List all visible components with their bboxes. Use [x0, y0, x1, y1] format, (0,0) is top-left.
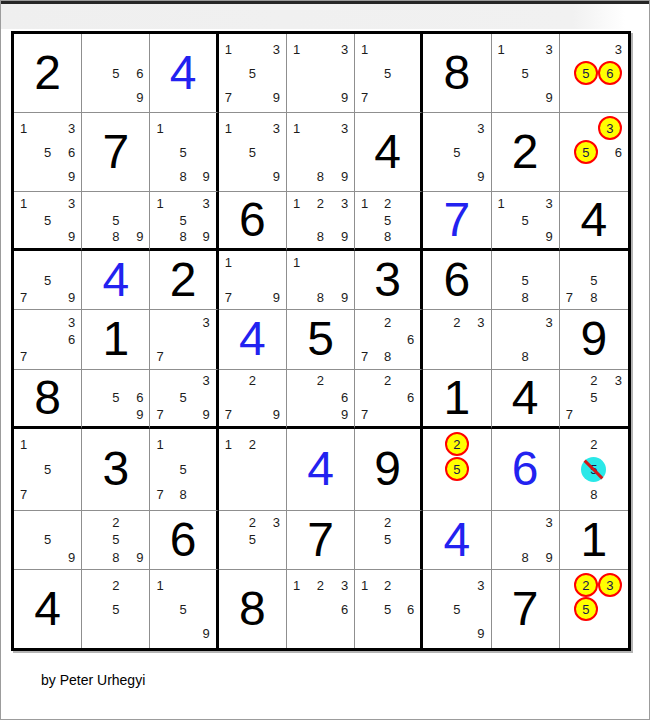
candidate-1: 1: [293, 43, 300, 56]
candidate-slot-7: 7: [361, 348, 379, 365]
candidate-slot-4: [156, 597, 174, 621]
candidate-5: 5: [44, 533, 51, 546]
candidate-slot-3: 3: [57, 313, 75, 330]
candidate-5: 5: [249, 533, 256, 546]
candidate-slot-1: 1: [225, 37, 243, 61]
candidate-slot-6: 6: [397, 331, 415, 348]
candidate-slot-6: [534, 531, 552, 548]
candidate-7: 7: [225, 291, 232, 304]
candidate-slot-3: 3: [598, 573, 622, 597]
candidate-slot-8: [243, 85, 261, 109]
cell-r4c5[interactable]: 189: [287, 251, 355, 310]
candidate-slot-5: 5: [107, 597, 125, 621]
candidate-6: 6: [407, 391, 414, 404]
candidate-slot-6: [534, 212, 552, 229]
candidate-slot-2: [448, 573, 466, 597]
cell-r4c4[interactable]: 179: [219, 251, 287, 310]
candidate-2: 2: [384, 516, 391, 529]
candidate-slot-8: [107, 85, 125, 109]
cell-r8c7[interactable]: 4: [423, 511, 491, 570]
candidate-slot-4: [156, 140, 174, 164]
candidate-8: 8: [179, 230, 186, 243]
candidate-slot-3: [57, 254, 75, 271]
candidate-slot-8: [574, 164, 598, 188]
candidate-6: 6: [68, 333, 75, 346]
given-digit: 7: [307, 516, 334, 564]
candidate-slot-4: [156, 389, 174, 406]
candidate-5: 5: [522, 214, 529, 227]
candidate-slot-3: 3: [330, 195, 348, 212]
given-digit: 1: [444, 374, 471, 422]
cell-r2c8[interactable]: 2: [492, 113, 560, 192]
candidate-slot-2: 2: [379, 313, 397, 330]
candidate-slot-1: 1: [156, 116, 174, 140]
candidate-slot-7: [20, 228, 38, 245]
candidate-slot-9: 9: [57, 289, 75, 306]
candidate-slot-9: 9: [261, 85, 279, 109]
cell-r7c9[interactable]: 258: [560, 429, 628, 511]
candidate-3: 3: [68, 197, 75, 210]
given-digit: 6: [444, 256, 471, 304]
candidate-slot-8: 8: [516, 549, 534, 566]
cell-r3c9[interactable]: 4: [560, 192, 628, 251]
candidate-slot-6: [469, 457, 485, 482]
cell-r7c5[interactable]: 4: [287, 429, 355, 511]
candidate-3: 3: [546, 516, 553, 529]
cell-r8c8[interactable]: 389: [492, 511, 560, 570]
candidate-3-highlight-circle: 3: [598, 116, 622, 140]
candidate-slot-2: [174, 116, 192, 140]
candidate-slot-9: 9: [261, 164, 279, 188]
candidate-6: 6: [341, 391, 348, 404]
candidate-2: 2: [112, 516, 119, 529]
candidate-3: 3: [202, 374, 209, 387]
candidate-5: 5: [179, 391, 186, 404]
cell-r3c1[interactable]: 1359: [14, 192, 82, 251]
cell-r5c1[interactable]: 367: [14, 310, 82, 369]
candidate-slot-7: [498, 348, 516, 365]
candidate-slot-1: [429, 313, 447, 330]
cell-r4c7[interactable]: 6: [423, 251, 491, 310]
candidate-slot-8: [445, 482, 469, 507]
candidate-slot-7: [498, 228, 516, 245]
candidate-slot-6: 6: [57, 140, 75, 164]
candidate-5: 5: [44, 274, 51, 287]
cell-r5c8[interactable]: 38: [492, 310, 560, 369]
candidate-5: 5: [112, 391, 119, 404]
cell-r8c5[interactable]: 7: [287, 511, 355, 570]
cell-r3c5[interactable]: 12389: [287, 192, 355, 251]
candidate-8: 8: [317, 230, 324, 243]
candidate-slot-6: [466, 331, 484, 348]
candidate-slot-7: [429, 482, 445, 507]
candidate-slot-6: [603, 272, 622, 289]
cell-r9c6[interactable]: 1256: [355, 570, 423, 648]
sudoku-board: 2569413579139157813593561356971589135913…: [11, 31, 631, 651]
candidate-slot-4: [498, 212, 516, 229]
candidate-slot-8: [379, 85, 397, 109]
candidate-slot-3: 3: [192, 373, 210, 390]
cell-r6c1[interactable]: 8: [14, 370, 82, 429]
cell-r8c9[interactable]: 1: [560, 511, 628, 570]
cell-r2c1[interactable]: 13569: [14, 113, 82, 192]
candidate-2: 2: [590, 374, 597, 387]
candidate-slot-4: [20, 531, 38, 548]
candidate-slot-2: [311, 37, 329, 61]
candidate-slot-3: 3: [261, 116, 279, 140]
cell-r6c2[interactable]: 569: [82, 370, 150, 429]
candidate-3: 3: [202, 316, 209, 329]
candidate-slot-3: [57, 514, 75, 531]
solver-digit: 4: [102, 256, 129, 304]
candidate-5: 5: [384, 214, 391, 227]
cell-r1c7[interactable]: 8: [423, 34, 491, 113]
candidate-2: 2: [249, 374, 256, 387]
candidate-slot-3: 3: [466, 573, 484, 597]
candidate-2: 2: [317, 579, 324, 592]
candidate-slot-4: [361, 531, 379, 548]
cell-r4c6[interactable]: 3: [355, 251, 423, 310]
candidate-slot-1: 1: [361, 195, 379, 212]
cell-r8c2[interactable]: 2589: [82, 511, 150, 570]
candidate-slot-7: [429, 164, 447, 188]
candidate-slot-6: [125, 212, 143, 229]
cell-r2c4[interactable]: 1359: [219, 113, 287, 192]
cell-r1c9[interactable]: 356: [560, 34, 628, 113]
solver-digit: 4: [239, 315, 266, 363]
candidate-slot-4: [88, 597, 106, 621]
candidate-slot-9: [603, 406, 622, 423]
candidate-slot-1: 1: [156, 195, 174, 212]
candidate-8: 8: [522, 291, 529, 304]
candidate-slot-9: 9: [125, 228, 143, 245]
candidate-slot-7: 7: [566, 406, 585, 423]
cell-r4c8[interactable]: 58: [492, 251, 560, 310]
candidate-slot-8: [379, 621, 397, 645]
candidate-slot-6: [397, 61, 415, 85]
cell-r2c2[interactable]: 7: [82, 113, 150, 192]
candidate-slot-2: [243, 254, 261, 271]
candidate-slot-2: [516, 313, 534, 330]
candidate-2: 2: [317, 197, 324, 210]
candidate-slot-8: [174, 406, 192, 423]
candidate-slot-5: 5: [448, 140, 466, 164]
candidate-slot-1: 1: [293, 254, 311, 271]
cell-r6c7[interactable]: 1: [423, 370, 491, 429]
cell-r4c2[interactable]: 4: [82, 251, 150, 310]
cell-r9c8[interactable]: 7: [492, 570, 560, 648]
cell-r3c8[interactable]: 1359: [492, 192, 560, 251]
candidate-slot-1: [156, 373, 174, 390]
candidate-7: 7: [566, 408, 573, 421]
candidate-slot-2: [38, 116, 56, 140]
candidate-8: 8: [179, 170, 186, 183]
author-credit: by Peter Urhegyi: [41, 672, 145, 688]
candidate-5: 5: [112, 214, 119, 227]
candidate-slot-3: [603, 254, 622, 271]
cell-r9c9[interactable]: 235: [560, 570, 628, 648]
candidate-1: 1: [225, 122, 232, 135]
candidate-9: 9: [273, 408, 280, 421]
given-digit: 8: [34, 374, 61, 422]
candidate-5: 5: [384, 67, 391, 80]
cell-r4c3[interactable]: 2: [150, 251, 218, 310]
candidate-slot-9: [330, 621, 348, 645]
candidate-slot-9: [192, 482, 210, 507]
candidate-slot-8: [243, 406, 261, 423]
candidate-3: 3: [68, 122, 75, 135]
candidate-5: 5: [590, 391, 597, 404]
cell-r2c7[interactable]: 359: [423, 113, 491, 192]
candidate-slot-9: 9: [192, 164, 210, 188]
candidate-slot-7: [88, 549, 106, 566]
candidate-slot-9: [397, 348, 415, 365]
candidate-1: 1: [225, 43, 232, 56]
candidate-slot-9: [261, 549, 279, 566]
candidate-slot-5: 5: [107, 531, 125, 548]
given-digit: 9: [374, 445, 401, 493]
candidate-slot-4: [225, 140, 243, 164]
candidate-slot-3: 3: [466, 313, 484, 330]
cell-r1c6[interactable]: 157: [355, 34, 423, 113]
cell-r3c7[interactable]: 7: [423, 192, 491, 251]
cell-r1c3[interactable]: 4: [150, 34, 218, 113]
cell-r5c5[interactable]: 5: [287, 310, 355, 369]
cell-r6c3[interactable]: 3579: [150, 370, 218, 429]
cell-r8c4[interactable]: 235: [219, 511, 287, 570]
cell-r6c4[interactable]: 279: [219, 370, 287, 429]
candidate-slot-6: [261, 272, 279, 289]
candidate-slot-5: 5: [585, 272, 604, 289]
candidate-8: 8: [384, 230, 391, 243]
cell-r5c6[interactable]: 2678: [355, 310, 423, 369]
candidate-slot-9: [534, 289, 552, 306]
cell-r2c5[interactable]: 1389: [287, 113, 355, 192]
cell-r5c2[interactable]: 1: [82, 310, 150, 369]
cell-r8c1[interactable]: 59: [14, 511, 82, 570]
candidate-slot-4: [566, 272, 585, 289]
cell-r3c3[interactable]: 13589: [150, 192, 218, 251]
cell-r2c9[interactable]: 356: [560, 113, 628, 192]
cell-r6c8[interactable]: 4: [492, 370, 560, 429]
candidate-slot-9: 9: [125, 406, 143, 423]
candidate-slot-9: [57, 482, 75, 507]
cell-r5c4[interactable]: 4: [219, 310, 287, 369]
cell-r9c7[interactable]: 359: [423, 570, 491, 648]
cell-r8c6[interactable]: 25: [355, 511, 423, 570]
cell-r7c1[interactable]: 157: [14, 429, 82, 511]
candidate-slot-6: 6: [57, 331, 75, 348]
cell-r2c3[interactable]: 1589: [150, 113, 218, 192]
candidate-slot-6: [606, 457, 622, 482]
cell-r3c4[interactable]: 6: [219, 192, 287, 251]
candidate-slot-2: 2: [107, 514, 125, 531]
candidate-9: 9: [202, 408, 209, 421]
candidate-9: 9: [202, 230, 209, 243]
candidate-5: 5: [453, 146, 460, 159]
candidate-slot-4: [88, 212, 106, 229]
candidate-slot-1: 1: [293, 37, 311, 61]
candidate-slot-4: [566, 597, 574, 621]
candidate-slot-1: 1: [225, 116, 243, 140]
candidate-slot-9: 9: [261, 406, 279, 423]
candidate-slot-8: [311, 85, 329, 109]
cell-r1c2[interactable]: 569: [82, 34, 150, 113]
candidate-8: 8: [590, 291, 597, 304]
candidate-slot-9: 9: [125, 549, 143, 566]
given-digit: 1: [102, 315, 129, 363]
candidate-slot-3: 3: [330, 116, 348, 140]
candidate-slot-8: [174, 621, 192, 645]
candidate-slot-8: [38, 549, 56, 566]
candidate-slot-6: [330, 272, 348, 289]
candidate-slot-1: [566, 432, 582, 457]
cell-r5c3[interactable]: 37: [150, 310, 218, 369]
candidate-slot-1: [429, 432, 445, 457]
candidate-slot-6: [192, 389, 210, 406]
cell-r7c3[interactable]: 1578: [150, 429, 218, 511]
candidate-8: 8: [317, 170, 324, 183]
candidate-slot-2: 2: [448, 313, 466, 330]
candidate-slot-5: 5: [38, 212, 56, 229]
candidate-2-highlight-circle: 2: [445, 432, 469, 456]
candidate-slot-1: [156, 313, 174, 330]
candidate-1: 1: [156, 122, 163, 135]
candidate-9: 9: [68, 170, 75, 183]
candidate-slot-9: 9: [330, 228, 348, 245]
candidate-slot-5: 5: [243, 531, 261, 548]
cell-r5c7[interactable]: 23: [423, 310, 491, 369]
candidate-slot-4: [429, 597, 447, 621]
candidate-2: 2: [249, 516, 256, 529]
candidate-8: 8: [179, 488, 186, 501]
candidate-slot-5: 5: [516, 272, 534, 289]
candidate-slot-8: [107, 406, 125, 423]
cell-r3c2[interactable]: 589: [82, 192, 150, 251]
candidate-slot-7: 7: [156, 482, 174, 507]
cell-r7c6[interactable]: 9: [355, 429, 423, 511]
candidate-slot-2: [574, 116, 598, 140]
candidate-8: 8: [384, 350, 391, 363]
cell-r7c2[interactable]: 3: [82, 429, 150, 511]
candidate-slot-4: [20, 272, 38, 289]
given-digit: 6: [239, 196, 266, 244]
cell-r6c9[interactable]: 2357: [560, 370, 628, 429]
cell-r1c8[interactable]: 1359: [492, 34, 560, 113]
candidate-slot-8: [107, 621, 125, 645]
cell-r4c9[interactable]: 578: [560, 251, 628, 310]
candidate-3: 3: [477, 316, 484, 329]
candidate-slot-9: 9: [57, 549, 75, 566]
candidate-slot-4: [293, 272, 311, 289]
cell-r9c5[interactable]: 1236: [287, 570, 355, 648]
cell-r8c3[interactable]: 6: [150, 511, 218, 570]
cell-r9c1[interactable]: 4: [14, 570, 82, 648]
candidate-slot-8: [243, 164, 261, 188]
candidate-slot-1: 1: [498, 37, 516, 61]
candidate-slot-7: 7: [156, 406, 174, 423]
given-digit: 8: [239, 585, 266, 633]
candidate-slot-3: [534, 254, 552, 271]
candidate-slot-9: 9: [534, 228, 552, 245]
candidate-1: 1: [156, 197, 163, 210]
candidate-slot-7: 7: [361, 85, 379, 109]
candidate-slot-9: [598, 85, 622, 109]
candidate-slot-1: [225, 514, 243, 531]
candidate-slot-3: [192, 432, 210, 457]
candidate-6-highlight-circle: 6: [598, 61, 622, 85]
cell-r7c4[interactable]: 12: [219, 429, 287, 511]
candidate-slot-4: [361, 212, 379, 229]
candidate-slot-5: 5: [379, 531, 397, 548]
candidate-8: 8: [590, 488, 597, 501]
given-digit: 5: [307, 315, 334, 363]
cell-r5c9[interactable]: 9: [560, 310, 628, 369]
candidate-slot-9: [192, 348, 210, 365]
cell-r7c8[interactable]: 6: [492, 429, 560, 511]
candidate-5: 5: [179, 463, 186, 476]
cell-r6c6[interactable]: 267: [355, 370, 423, 429]
candidate-slot-9: [466, 348, 484, 365]
cell-r9c2[interactable]: 25: [82, 570, 150, 648]
candidate-5: 5: [44, 463, 51, 476]
cell-r1c1[interactable]: 2: [14, 34, 82, 113]
candidate-1: 1: [20, 122, 27, 135]
candidate-slot-1: 1: [225, 432, 243, 457]
candidate-2: 2: [590, 438, 597, 451]
candidate-slot-3: [261, 373, 279, 390]
candidate-slot-6: [330, 61, 348, 85]
candidate-slot-3: 3: [534, 37, 552, 61]
candidate-slot-6: 6: [598, 140, 622, 164]
candidate-slot-7: [293, 164, 311, 188]
candidate-1: 1: [498, 197, 505, 210]
candidate-slot-1: 1: [361, 37, 379, 61]
cell-r6c5[interactable]: 269: [287, 370, 355, 429]
cell-r2c6[interactable]: 4: [355, 113, 423, 192]
candidate-5-highlight-circle: 5: [445, 457, 469, 481]
cell-r4c1[interactable]: 579: [14, 251, 82, 310]
candidate-slot-2: [379, 37, 397, 61]
candidate-9: 9: [273, 291, 280, 304]
candidate-2: 2: [317, 374, 324, 387]
cell-r1c4[interactable]: 13579: [219, 34, 287, 113]
cell-r9c4[interactable]: 8: [219, 570, 287, 648]
candidate-slot-1: [88, 514, 106, 531]
candidate-slot-3: 3: [261, 514, 279, 531]
candidate-1: 1: [361, 579, 368, 592]
solver-digit: 4: [307, 445, 334, 493]
cell-r3c6[interactable]: 1258: [355, 192, 423, 251]
candidate-6: 6: [136, 391, 143, 404]
cell-r1c5[interactable]: 139: [287, 34, 355, 113]
cell-r9c3[interactable]: 159: [150, 570, 218, 648]
candidate-slot-3: [330, 254, 348, 271]
candidate-slot-2: [38, 432, 56, 457]
candidate-1: 1: [498, 43, 505, 56]
candidate-slot-5: 5: [107, 389, 125, 406]
candidate-9: 9: [136, 91, 143, 104]
candidate-slot-3: [261, 432, 279, 457]
candidate-slot-7: [498, 549, 516, 566]
candidate-slot-8: [379, 549, 397, 566]
cell-r7c7[interactable]: 25: [423, 429, 491, 511]
candidate-slot-8: 8: [581, 482, 606, 507]
candidate-slot-2: [174, 313, 192, 330]
candidate-slot-7: [498, 289, 516, 306]
candidate-slot-1: 1: [293, 573, 311, 597]
candidate-slot-9: [57, 348, 75, 365]
